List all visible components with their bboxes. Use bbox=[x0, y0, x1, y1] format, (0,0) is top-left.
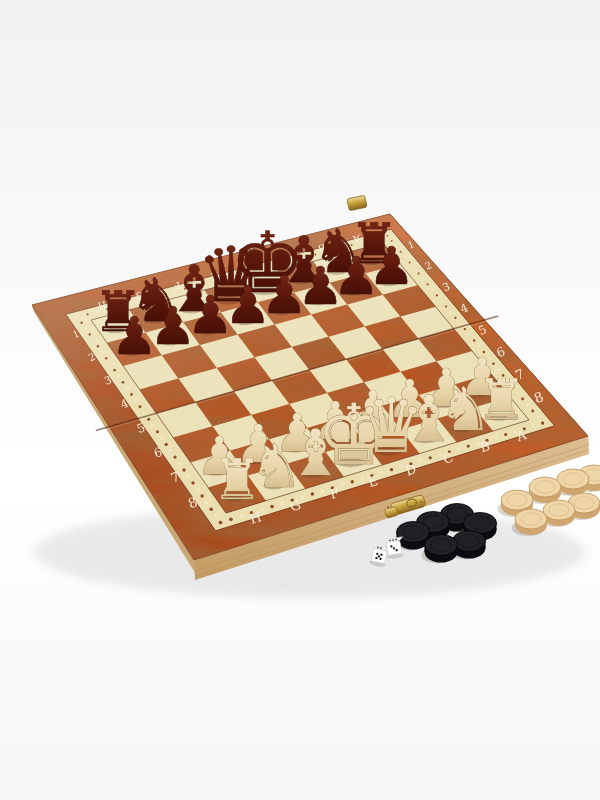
product-photo-chess-set: HHGGFFEEDDCCBBAA1122334455667788♜♞♝♛♚♝♞♜… bbox=[0, 0, 600, 800]
chess-set-scene: HHGGFFEEDDCCBBAA1122334455667788♜♞♝♛♚♝♞♜… bbox=[0, 0, 600, 800]
piece-light-rook: ♜ bbox=[476, 367, 526, 432]
piece-dark-pawn: ♟ bbox=[368, 236, 415, 296]
